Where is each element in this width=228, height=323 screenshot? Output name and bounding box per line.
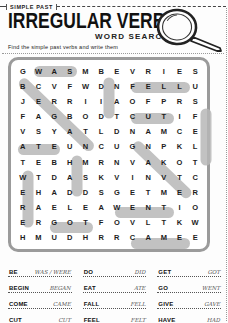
word-list-item-have: HAVEHAD (157, 309, 221, 323)
grid-cell-r5c10[interactable]: M (156, 124, 172, 139)
base-verb: BE (9, 269, 18, 275)
grid-cell-r9c1[interactable]: E (15, 185, 31, 200)
grid-cell-r10c2[interactable]: A (31, 200, 47, 215)
past-tense-answer[interactable]: FELL (130, 301, 145, 307)
grid-cell-r4c10[interactable]: T (156, 109, 172, 124)
grid-cell-r4c2[interactable]: A (31, 109, 47, 124)
grid-cell-r4c5[interactable]: O (78, 109, 94, 124)
grid-cell-r7c11[interactable]: O (172, 154, 188, 169)
grid-cell-r11c11[interactable]: K (172, 215, 188, 230)
base-verb: HAVE (158, 317, 175, 323)
past-tense-answer[interactable]: GOT (207, 269, 220, 275)
grid-cell-r7c3[interactable]: B (46, 154, 62, 169)
grid-cell-r2c9[interactable]: E (140, 79, 156, 94)
base-verb: EAT (84, 285, 96, 291)
grid-cell-r4c1[interactable]: F (15, 109, 31, 124)
grid-cell-r11c6[interactable]: F (93, 215, 109, 230)
grid-cell-r1c12[interactable]: S (187, 64, 203, 79)
grid-cell-r11c12[interactable]: W (187, 215, 203, 230)
grid-cell-r6c4[interactable]: U (62, 139, 78, 154)
grid-cell-r8c9[interactable]: N (140, 170, 156, 185)
page-right-dotted-edge (226, 8, 227, 321)
grid-cell-r12c10[interactable]: M (156, 230, 172, 245)
grid-cell-r9c2[interactable]: H (31, 185, 47, 200)
grid-cell-r1c1[interactable]: G (15, 64, 31, 79)
grid-cell-r12c1[interactable]: H (15, 230, 31, 245)
grid-cell-r7c8[interactable]: V (125, 154, 141, 169)
grid-cell-r2c12[interactable]: U (187, 79, 203, 94)
grid-cell-r7c2[interactable]: E (31, 154, 47, 169)
grid-cell-r11c1[interactable]: E (15, 215, 31, 230)
grid-cell-r12c9[interactable]: A (140, 230, 156, 245)
grid-cell-r11c7[interactable]: O (109, 215, 125, 230)
grid-cell-r9c3[interactable]: A (46, 185, 62, 200)
past-tense-answer[interactable]: ATE (134, 285, 145, 291)
grid-cell-r3c10[interactable]: P (156, 94, 172, 109)
grid-cell-r10c5[interactable]: E (78, 200, 94, 215)
grid-cell-r10c12[interactable]: O (187, 200, 203, 215)
page-title: IRREGULAR VERBS (8, 9, 177, 31)
grid-cell-r11c3[interactable]: G (46, 215, 62, 230)
grid-cell-r1c3[interactable]: A (46, 64, 62, 79)
grid-cell-r12c11[interactable]: E (172, 230, 188, 245)
grid-cell-r7c10[interactable]: K (156, 154, 172, 169)
grid-cell-r12c6[interactable]: R (93, 230, 109, 245)
word-list-item-begin: BEGINBEGAN (8, 277, 72, 293)
grid-cell-r2c2[interactable]: C (31, 79, 47, 94)
base-verb: FALL (84, 301, 100, 307)
grid-cell-r5c6[interactable]: L (93, 124, 109, 139)
grid-cell-r12c5[interactable]: H (78, 230, 94, 245)
grid-cell-r10c4[interactable]: L (62, 200, 78, 215)
grid-cell-r10c11[interactable]: I (172, 200, 188, 215)
grid-cell-r6c2[interactable]: T (31, 139, 47, 154)
grid-cell-r3c8[interactable]: O (125, 94, 141, 109)
word-list-item-feel: FEELFELT (83, 309, 147, 323)
grid-cell-r1c10[interactable]: I (156, 64, 172, 79)
grid-cell-r8c11[interactable]: T (172, 170, 188, 185)
grid-cell-r11c5[interactable]: T (78, 215, 94, 230)
base-verb: FEEL (84, 317, 100, 323)
past-tense-answer[interactable]: FELT (131, 317, 146, 323)
grid-cell-r9c5[interactable]: D (78, 185, 94, 200)
past-tense-answer[interactable]: GAVE (204, 301, 220, 307)
grid-cell-r4c4[interactable]: B (62, 109, 78, 124)
grid-cell-r4c12[interactable]: F (187, 109, 203, 124)
grid-cell-r11c10[interactable]: T (156, 215, 172, 230)
grid-cell-r7c6[interactable]: R (93, 154, 109, 169)
base-verb: GO (158, 285, 168, 291)
grid-cell-r8c2[interactable]: T (31, 170, 47, 185)
past-tense-answer[interactable]: CUT (58, 317, 71, 323)
grid-cell-r3c4[interactable]: R (62, 94, 78, 109)
grid-cell-r8c5[interactable]: S (78, 170, 94, 185)
grid-cell-r6c8[interactable]: G (125, 139, 141, 154)
grid-cell-r6c6[interactable]: C (93, 139, 109, 154)
grid-cell-r9c7[interactable]: G (109, 185, 125, 200)
word-list-item-come: COMECAME (8, 293, 72, 309)
grid-cell-r4c7[interactable]: T (109, 109, 125, 124)
past-tense-answer[interactable]: DID (134, 269, 145, 275)
word-list: BEWAS / WEREBEGINBEGANCOMECAMECUTCUTDODI… (8, 261, 221, 323)
grid-cell-r6c5[interactable]: N (78, 139, 94, 154)
grid-cell-r3c3[interactable]: R (46, 94, 62, 109)
grid-cell-r1c4[interactable]: S (62, 64, 78, 79)
word-list-item-do: DODID (83, 261, 147, 277)
base-verb: GET (158, 269, 171, 275)
grid-cell-r8c12[interactable]: C (187, 170, 203, 185)
grid-cell-r5c3[interactable]: Y (46, 124, 62, 139)
grid-cell-r5c11[interactable]: C (172, 124, 188, 139)
grid-cell-r7c9[interactable]: A (140, 154, 156, 169)
past-tense-answer[interactable]: WENT (202, 285, 220, 291)
grid-cell-r5c7[interactable]: D (109, 124, 125, 139)
word-list-item-go: GOWENT (157, 277, 221, 293)
word-list-item-get: GETGOT (157, 261, 221, 277)
grid-cell-r1c9[interactable]: R (140, 64, 156, 79)
grid-cell-r9c8[interactable]: E (125, 185, 141, 200)
grid-cell-r1c8[interactable]: V (125, 64, 141, 79)
word-list-item-be: BEWAS / WERE (8, 261, 72, 277)
grid-cell-r2c7[interactable]: N (109, 79, 125, 94)
grid-cell-r1c5[interactable]: M (78, 64, 94, 79)
grid-cell-r5c1[interactable]: V (15, 124, 31, 139)
grid-cell-r2c6[interactable]: D (93, 79, 109, 94)
grid-cell-r6c1[interactable]: A (15, 139, 31, 154)
grid-cell-r3c7[interactable]: A (109, 94, 125, 109)
grid-cell-r2c11[interactable]: L (172, 79, 188, 94)
grid-cell-r11c8[interactable]: V (125, 215, 141, 230)
grid-cell-r5c9[interactable]: A (140, 124, 156, 139)
grid-cell-r8c7[interactable]: V (109, 170, 125, 185)
grid-cell-r6c12[interactable]: L (187, 139, 203, 154)
grid-cell-r6c10[interactable]: P (156, 139, 172, 154)
grid-cell-r10c10[interactable]: T (156, 200, 172, 215)
grid-cell-r9c11[interactable]: E (172, 185, 188, 200)
grid-cell-r3c9[interactable]: F (140, 94, 156, 109)
grid-cell-r7c5[interactable]: M (78, 154, 94, 169)
grid-cell-r12c12[interactable]: E (187, 230, 203, 245)
grid-cell-r2c1[interactable]: B (15, 79, 31, 94)
letter-grid: GWASMBEVRIESBCVFWDNFELLUJERRIIAOFPRSFAGB… (15, 64, 203, 245)
grid-cell-r7c12[interactable]: T (187, 154, 203, 169)
magnifying-glass-icon (154, 8, 224, 56)
grid-cell-r6c11[interactable]: K (172, 139, 188, 154)
grid-cell-r2c8[interactable]: F (125, 79, 141, 94)
base-verb: GIVE (158, 301, 173, 307)
past-tense-answer[interactable]: HAD (207, 317, 220, 323)
grid-cell-r8c1[interactable]: W (15, 170, 31, 185)
grid-cell-r10c1[interactable]: R (15, 200, 31, 215)
grid-cell-r3c11[interactable]: R (172, 94, 188, 109)
grid-cell-r4c11[interactable]: I (172, 109, 188, 124)
base-verb: CUT (9, 317, 22, 323)
base-verb: BEGIN (9, 285, 29, 291)
grid-cell-r12c2[interactable]: M (31, 230, 47, 245)
grid-cell-r5c8[interactable]: N (125, 124, 141, 139)
grid-cell-r1c6[interactable]: B (93, 64, 109, 79)
grid-cell-r4c6[interactable]: D (93, 109, 109, 124)
grid-cell-r12c3[interactable]: U (46, 230, 62, 245)
grid-cell-r9c9[interactable]: T (140, 185, 156, 200)
divider-dotted (2, 53, 224, 54)
grid-cell-r7c4[interactable]: H (62, 154, 78, 169)
word-list-item-fall: FALLFELL (83, 293, 147, 309)
grid-cell-r8c6[interactable]: K (93, 170, 109, 185)
grid-cell-r12c8[interactable]: C (125, 230, 141, 245)
past-tense-answer[interactable]: CAME (53, 301, 71, 307)
grid-cell-r2c3[interactable]: V (46, 79, 62, 94)
grid-cell-r10c3[interactable]: E (46, 200, 62, 215)
grid-cell-r12c7[interactable]: R (109, 230, 125, 245)
grid-cell-r10c8[interactable]: E (125, 200, 141, 215)
wordsearch-grid-wrap: GWASMBEVRIESBCVFWDNFELLUJERRIIAOFPRSFAGB… (15, 64, 203, 245)
grid-cell-r1c7[interactable]: E (109, 64, 125, 79)
grid-cell-r7c7[interactable]: N (109, 154, 125, 169)
grid-cell-r5c5[interactable]: T (78, 124, 94, 139)
grid-cell-r2c10[interactable]: L (156, 79, 172, 94)
grid-cell-r4c3[interactable]: G (46, 109, 62, 124)
past-tense-answer[interactable]: WAS / WERE (34, 269, 70, 275)
grid-cell-r3c1[interactable]: J (15, 94, 31, 109)
grid-cell-r11c2[interactable]: R (31, 215, 47, 230)
grid-cell-r10c9[interactable]: N (140, 200, 156, 215)
grid-cell-r9c6[interactable]: S (93, 185, 109, 200)
grid-cell-r3c12[interactable]: S (187, 94, 203, 109)
grid-cell-r9c12[interactable]: R (187, 185, 203, 200)
grid-cell-r5c2[interactable]: S (31, 124, 47, 139)
grid-cell-r8c4[interactable]: A (62, 170, 78, 185)
grid-cell-r6c7[interactable]: U (109, 139, 125, 154)
grid-cell-r8c10[interactable]: V (156, 170, 172, 185)
base-verb: DO (84, 269, 93, 275)
grid-cell-r5c12[interactable]: E (187, 124, 203, 139)
grid-cell-r10c6[interactable]: A (93, 200, 109, 215)
grid-cell-r7c1[interactable]: T (15, 154, 31, 169)
grid-cell-r4c8[interactable]: C (125, 109, 141, 124)
grid-cell-r6c3[interactable]: E (46, 139, 62, 154)
grid-cell-r10c7[interactable]: W (109, 200, 125, 215)
grid-cell-r12c4[interactable]: D (62, 230, 78, 245)
grid-cell-r2c4[interactable]: F (62, 79, 78, 94)
grid-cell-r3c2[interactable]: E (31, 94, 47, 109)
grid-cell-r2c5[interactable]: W (78, 79, 94, 94)
grid-cell-r5c4[interactable]: A (62, 124, 78, 139)
word-list-item-give: GIVEGAVE (157, 293, 221, 309)
instruction-text: Find the simple past verbs and write the… (8, 44, 118, 50)
grid-cell-r8c3[interactable]: D (46, 170, 62, 185)
wordsearch-panel: GWASMBEVRIESBCVFWDNFELLUJERRIIAOFPRSFAGB… (8, 57, 210, 252)
grid-cell-r9c4[interactable]: D (62, 185, 78, 200)
grid-cell-r1c11[interactable]: E (172, 64, 188, 79)
base-verb: COME (9, 301, 28, 307)
grid-cell-r4c9[interactable]: U (140, 109, 156, 124)
grid-cell-r6c9[interactable]: N (140, 139, 156, 154)
past-tense-answer[interactable]: BEGAN (49, 285, 70, 291)
grid-cell-r9c10[interactable]: M (156, 185, 172, 200)
word-list-item-cut: CUTCUT (8, 309, 72, 323)
grid-cell-r8c8[interactable]: I (125, 170, 141, 185)
grid-cell-r11c4[interactable]: O (62, 215, 78, 230)
grid-cell-r3c5[interactable]: I (78, 94, 94, 109)
grid-cell-r11c9[interactable]: L (140, 215, 156, 230)
word-list-item-eat: EATATE (83, 277, 147, 293)
grid-cell-r3c6[interactable]: I (93, 94, 109, 109)
grid-cell-r1c2[interactable]: W (31, 64, 47, 79)
